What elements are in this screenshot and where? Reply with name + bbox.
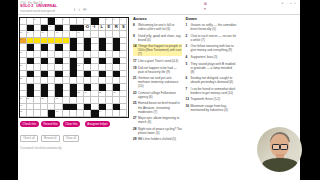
grid-cell[interactable]	[48, 104, 55, 111]
grid-cell	[70, 58, 77, 65]
cell-number: 31	[20, 104, 22, 106]
grid-cell[interactable]: 32	[20, 110, 27, 117]
clue-text: Major epic album beginning to march (6)	[138, 116, 182, 124]
down-clues-column: Down 1Groans so softly — the comedian bu…	[186, 16, 237, 115]
cell-number: 11	[85, 25, 87, 27]
grid-cell[interactable]	[48, 51, 55, 58]
grid-cell[interactable]: 10	[48, 25, 55, 32]
grid-cell[interactable]	[120, 51, 127, 58]
cell-number: 2	[34, 18, 35, 20]
grid-cell[interactable]	[106, 58, 113, 65]
grid-cell[interactable]	[113, 31, 120, 38]
grid-cell[interactable]	[34, 51, 41, 58]
grid-cell[interactable]: 13	[20, 31, 27, 38]
cell-number: 18	[20, 38, 22, 40]
clue-item[interactable]: 6Sunday not delayed, caught to absorb ye…	[186, 76, 237, 84]
grid-cell[interactable]	[41, 18, 48, 25]
grid-cell	[99, 84, 106, 91]
grid-cell	[113, 44, 120, 51]
cell-number: 7	[106, 18, 107, 20]
grid-cell[interactable]	[27, 77, 34, 84]
grid-cell	[99, 44, 106, 51]
grid-cell[interactable]: 20	[20, 64, 27, 71]
grid-cell[interactable]	[55, 77, 62, 84]
grid-cell	[27, 25, 34, 32]
clue-text: I can be found in somewhat dark borders …	[191, 87, 237, 95]
share-buttons: ft✉	[74, 8, 86, 12]
clue-text: Sunday not delayed, caught to absorb yes…	[191, 76, 237, 84]
grid-cell[interactable]	[34, 91, 41, 98]
glasses-icon	[272, 144, 279, 150]
clue-text: Criminal college Folkestone agency (6)	[138, 91, 182, 99]
list-view-icon[interactable]: ≡	[204, 8, 207, 12]
grid-cell	[27, 58, 34, 65]
grid-cell	[99, 38, 106, 45]
grid-cell[interactable]	[48, 44, 55, 51]
grid-cell[interactable]	[41, 51, 48, 58]
grid-cell[interactable]	[106, 44, 113, 51]
clue-text: Supporters' bias (5)	[191, 55, 237, 59]
grid-cell[interactable]	[84, 97, 91, 104]
grid-cell[interactable]: R	[113, 25, 120, 32]
cell-number: 22	[20, 77, 22, 79]
grid-cell	[55, 25, 62, 32]
grid-cell[interactable]	[41, 104, 48, 111]
grid-cell[interactable]	[70, 77, 77, 84]
pill-button-row: Check thisReveal thisClear thisAnagram h…	[20, 121, 113, 128]
grid-cell[interactable]	[113, 51, 120, 58]
status-bar-icons: ⊕ ◦ ▴ ≡	[281, 1, 297, 5]
grid-cell[interactable]	[99, 64, 106, 71]
clue-text: Things that happen to people in 500s (Ne…	[138, 44, 182, 56]
check-all-button[interactable]: Check all	[20, 135, 38, 143]
grid-cell[interactable]	[41, 77, 48, 84]
grid-cell	[99, 58, 106, 65]
grid-cell[interactable]	[113, 64, 120, 71]
clue-item[interactable]: 3One fellow swearing with law to give mo…	[186, 44, 237, 52]
grid-cell[interactable]	[63, 44, 70, 51]
grid-cell	[84, 71, 91, 78]
grid-cell	[77, 25, 84, 32]
grid-cell[interactable]	[99, 51, 106, 58]
grid-cell[interactable]	[91, 84, 98, 91]
cell-number: 17	[77, 31, 79, 33]
grid-cell[interactable]: 26	[113, 91, 120, 98]
cell-letter: L	[101, 25, 104, 29]
grid-cell	[27, 84, 34, 91]
cell-number: 33	[56, 110, 58, 112]
cell-number: 28	[27, 97, 29, 99]
grid-cell[interactable]	[77, 110, 84, 117]
reveal-this-button[interactable]: Reveal this	[41, 121, 61, 128]
grid-cell	[27, 71, 34, 78]
grid-cell[interactable]: E	[106, 25, 113, 32]
grid-cell[interactable]	[20, 84, 27, 91]
grid-cell[interactable]	[84, 110, 91, 117]
grid-cell[interactable]	[77, 18, 84, 25]
clue-item[interactable]: 28Night rate of peace cycling? Tax phone…	[133, 127, 182, 135]
grid-cell[interactable]	[70, 51, 77, 58]
grid-cell[interactable]	[120, 64, 127, 71]
clue-item[interactable]: 13Trapworth thrice (5,2)	[186, 97, 237, 101]
clue-item[interactable]: 8Welcoming for one's fall to video calle…	[133, 23, 182, 31]
grid-cell[interactable]	[84, 77, 91, 84]
grid-cell[interactable]	[63, 91, 70, 98]
grid-cell[interactable]	[34, 104, 41, 111]
clue-text: They sound plays with B readied in grati…	[191, 62, 237, 74]
grid-cell[interactable]	[120, 44, 127, 51]
grid-cell[interactable]: 16	[55, 31, 62, 38]
grid-cell[interactable]	[48, 31, 55, 38]
across-clues-column: Across 8Welcoming for one's fall to vide…	[133, 16, 182, 144]
grid-cell[interactable]	[99, 77, 106, 84]
cell-number: 32	[20, 110, 22, 112]
grid-cell[interactable]	[48, 58, 55, 65]
grid-cell	[48, 110, 55, 117]
grid-cell	[55, 84, 62, 91]
cell-number: 1	[20, 18, 21, 20]
clue-item[interactable]: 23Criminal college Folkestone agency (6)	[133, 91, 182, 99]
grid-cell[interactable]	[91, 38, 98, 45]
clue-text: Chat to such nieces — recuse for a while…	[191, 34, 237, 42]
grid-cell[interactable]	[63, 97, 70, 104]
grid-cell[interactable]	[41, 38, 48, 45]
grid-cell[interactable]: 1	[20, 18, 27, 25]
grid-cell[interactable]	[91, 44, 98, 51]
grid-cell[interactable]	[106, 91, 113, 98]
grid-cell[interactable]	[48, 84, 55, 91]
grid-cell[interactable]: 30	[55, 97, 62, 104]
grid-cell	[70, 91, 77, 98]
grid-cell[interactable]	[120, 77, 127, 84]
grid-cell	[113, 38, 120, 45]
grid-cell[interactable]	[106, 71, 113, 78]
grid-cell[interactable]	[77, 58, 84, 65]
cell-number: 5	[85, 18, 86, 20]
cell-number: 10	[49, 25, 51, 27]
clue-item[interactable]: 9Used jelly, good and clean, say, brand …	[133, 34, 182, 42]
cell-number: 19	[20, 51, 22, 53]
grid-cell[interactable]	[77, 44, 84, 51]
grid-cell	[41, 84, 48, 91]
grid-cell[interactable]: 33	[55, 110, 62, 117]
grid-cell[interactable]: 34	[99, 110, 106, 117]
grid-cell[interactable]	[106, 38, 113, 45]
clue-item[interactable]: 25Horned beast on brief mood in the Amaz…	[133, 101, 182, 113]
grid-cell[interactable]	[20, 91, 27, 98]
grid-cell[interactable]	[113, 110, 120, 117]
grid-cell[interactable]	[63, 31, 70, 38]
grid-cell[interactable]: 29	[41, 97, 48, 104]
grid-cell	[48, 18, 55, 25]
grid-cell[interactable]: 28	[27, 97, 34, 104]
grid-cell	[91, 110, 98, 117]
grid-cell[interactable]: 4	[63, 18, 70, 25]
grid-cell	[113, 104, 120, 111]
grid-cell[interactable]	[55, 51, 62, 58]
grid-cell[interactable]	[84, 64, 91, 71]
grid-cell[interactable]: 27	[20, 97, 27, 104]
grid-cell	[55, 71, 62, 78]
grid-cell[interactable]	[34, 77, 41, 84]
clue-item[interactable]: 29BB's line holders clichéd (5)	[133, 137, 182, 141]
across-clue-list: 8Welcoming for one's fall to video calle…	[133, 23, 182, 141]
email-icon[interactable]: ✉	[83, 8, 86, 12]
grid-cell[interactable]	[99, 31, 106, 38]
grid-cell[interactable]	[63, 64, 70, 71]
title-series[interactable]: SOLO 2	[20, 4, 33, 8]
down-header: Down	[186, 16, 237, 21]
grid-cell[interactable]	[34, 71, 41, 78]
grid-cell[interactable]	[63, 71, 70, 78]
across-header: Across	[133, 16, 182, 21]
grid-cell	[113, 58, 120, 65]
grid-cell	[99, 104, 106, 111]
grid-cell	[27, 44, 34, 51]
grid-cell[interactable]	[48, 97, 55, 104]
grid-cell[interactable]	[120, 31, 127, 38]
grid-cell[interactable]	[48, 64, 55, 71]
facebook-icon[interactable]: f	[74, 8, 75, 12]
grid-cell[interactable]	[84, 51, 91, 58]
cell-number: 3	[56, 18, 57, 20]
grid-cell[interactable]	[99, 97, 106, 104]
grid-cell	[70, 38, 77, 45]
grid-cell[interactable]	[77, 71, 84, 78]
grid-cell	[91, 18, 98, 25]
grid-cell[interactable]	[34, 58, 41, 65]
grid-cell	[70, 71, 77, 78]
grid-cell	[113, 84, 120, 91]
anagram-helper-button[interactable]: Anagram helper	[85, 121, 111, 128]
grid-cell[interactable]	[77, 77, 84, 84]
twitter-icon[interactable]: t	[79, 8, 80, 12]
grid-cell[interactable]: 12I	[91, 25, 98, 32]
grid-cell[interactable]	[34, 110, 41, 117]
grid-cell[interactable]	[27, 110, 34, 117]
grid-cell[interactable]	[27, 51, 34, 58]
grid-cell[interactable]	[84, 31, 91, 38]
grid-cell[interactable]	[106, 110, 113, 117]
grid-cell[interactable]	[34, 64, 41, 71]
grid-cell[interactable]	[120, 84, 127, 91]
grid-cell[interactable]	[77, 104, 84, 111]
grid-cell[interactable]	[91, 31, 98, 38]
grid-cell[interactable]	[77, 38, 84, 45]
grid-cell[interactable]	[20, 71, 27, 78]
clue-text: Groans so softly — the comedian burst he…	[191, 23, 237, 31]
cell-number: 20	[20, 64, 22, 66]
grid-cell[interactable]	[120, 110, 127, 117]
grid-cell[interactable]	[63, 38, 70, 45]
grid-cell[interactable]	[34, 31, 41, 38]
grid-cell[interactable]	[120, 71, 127, 78]
grid-cell[interactable]: 17	[77, 31, 84, 38]
grid-cell[interactable]: 23	[77, 91, 84, 98]
grid-cell[interactable]	[41, 64, 48, 71]
grid-cell[interactable]: 31	[20, 104, 27, 111]
grid-cell[interactable]	[55, 38, 62, 45]
grid-cell[interactable]	[63, 110, 70, 117]
cell-number: 15	[41, 31, 43, 33]
grid-cell[interactable]	[77, 97, 84, 104]
grid-cell[interactable]	[120, 104, 127, 111]
grid-cell[interactable]	[34, 44, 41, 51]
grid-cell[interactable]	[106, 51, 113, 58]
clue-text: Like a giant Titan's seed (4,4)	[138, 59, 182, 63]
grid-cell	[41, 91, 48, 98]
clear-this-button[interactable]: Clear this	[63, 121, 80, 128]
grid-cell[interactable]: 18	[20, 38, 27, 45]
grid-cell[interactable]	[20, 58, 27, 65]
clue-text: Trapworth thrice (5,2)	[191, 97, 237, 101]
glasses-icon	[280, 144, 287, 150]
grid-cell[interactable]	[27, 38, 34, 45]
grid-cell	[84, 84, 91, 91]
grid-cell[interactable]	[91, 104, 98, 111]
grid-cell[interactable]	[20, 25, 27, 32]
grid-cell[interactable]: 22	[20, 77, 27, 84]
clue-item[interactable]: 21German sat and put anti-methane matern…	[133, 76, 182, 88]
grid-cell[interactable]	[48, 38, 55, 45]
cell-number: 14	[27, 31, 29, 33]
cell-number: 13	[20, 31, 22, 33]
grid-cell[interactable]	[63, 58, 70, 65]
clue-text: German sat and put anti-methane maternit…	[138, 76, 182, 88]
grid-cell[interactable]: 24	[84, 91, 91, 98]
grid-cell[interactable]	[27, 18, 34, 25]
clue-text: Maximum usage from hay, mentioned by ind…	[191, 104, 237, 112]
grid-cell	[41, 25, 48, 32]
grid-cell[interactable]	[70, 110, 77, 117]
crossword-grid[interactable]: 1234567891011O12ILERS1314151617181920212…	[19, 17, 129, 118]
clue-item[interactable]: 17Like a giant Titan's seed (4,4)	[133, 59, 182, 63]
grid-cell	[84, 38, 91, 45]
grid-cell[interactable]	[63, 84, 70, 91]
title-publisher[interactable]: UNIVERSAL	[36, 4, 57, 8]
grid-cell[interactable]	[41, 110, 48, 117]
grid-cell[interactable]: 21	[77, 64, 84, 71]
grid-cell[interactable]	[70, 97, 77, 104]
grid-cell[interactable]	[106, 84, 113, 91]
grid-cell[interactable]	[106, 31, 113, 38]
grid-cell[interactable]	[27, 104, 34, 111]
grid-cell	[84, 58, 91, 65]
grid-cell[interactable]	[34, 38, 41, 45]
grid-cell[interactable]	[48, 77, 55, 84]
grid-cell	[55, 44, 62, 51]
grid-cell	[63, 104, 70, 111]
grid-cell[interactable]	[120, 91, 127, 98]
clear-all-button[interactable]: Clear all	[63, 135, 80, 143]
grid-cell[interactable]: 3	[55, 18, 62, 25]
grid-cell[interactable]: 14	[27, 31, 34, 38]
grid-cell	[55, 91, 62, 98]
clue-item[interactable]: 2Chat to such nieces — recuse for a whil…	[186, 34, 237, 42]
grid-cell[interactable]	[77, 84, 84, 91]
grid-cell[interactable]	[91, 51, 98, 58]
grid-cell[interactable]	[113, 77, 120, 84]
grid-cell[interactable]	[120, 58, 127, 65]
grid-cell[interactable]	[70, 31, 77, 38]
grid-cell[interactable]	[34, 97, 41, 104]
grid-cell[interactable]	[70, 18, 77, 25]
clue-item[interactable]: 5They sound plays with B readied in grat…	[186, 62, 237, 74]
grid-cell[interactable]	[63, 51, 70, 58]
grid-cell[interactable]: 15	[41, 31, 48, 38]
grid-cell[interactable]	[91, 97, 98, 104]
grid-cell[interactable]	[48, 71, 55, 78]
clue-item[interactable]: 7I can be found in somewhat dark borders…	[186, 87, 237, 95]
grid-cell[interactable]	[63, 25, 70, 32]
grid-cell	[84, 44, 91, 51]
cell-number: 26	[113, 91, 115, 93]
grid-cell[interactable]: 2	[34, 18, 41, 25]
clue-item[interactable]: 27Major epic album beginning to march (6…	[133, 116, 182, 124]
grid-cell[interactable]	[27, 64, 34, 71]
cell-number: 4	[63, 18, 64, 20]
grid-cell	[41, 71, 48, 78]
cell-number: 25	[99, 91, 101, 93]
grid-cell[interactable]: L	[99, 25, 106, 32]
grid-cell[interactable]	[91, 77, 98, 84]
autocheck-caption: Crossword checked automatically	[20, 146, 62, 150]
grid-cell[interactable]	[106, 77, 113, 84]
cell-letter: E	[108, 25, 111, 29]
grid-cell[interactable]: 11O	[84, 25, 91, 32]
grid-cell[interactable]	[20, 44, 27, 51]
webcam-overlay	[257, 127, 302, 172]
clue-item[interactable]: 16Maximum usage from hay, mentioned by i…	[186, 104, 237, 112]
grid-cell[interactable]	[106, 104, 113, 111]
cell-number: 21	[77, 64, 79, 66]
grid-cell	[70, 64, 77, 71]
clue-item[interactable]: 1Groans so softly — the comedian burst h…	[186, 23, 237, 31]
grid-cell	[41, 58, 48, 65]
grid-cell[interactable]	[113, 97, 120, 104]
grid-cell[interactable]: 25	[99, 91, 106, 98]
grid-cell[interactable]	[91, 58, 98, 65]
grid-cell[interactable]	[120, 97, 127, 104]
clue-item[interactable]: 19Did not happen to be had — past of hea…	[133, 66, 182, 74]
clue-item[interactable]: 14Things that happen to people in 500s (…	[133, 44, 182, 56]
check-this-button[interactable]: Check this	[20, 121, 39, 128]
cell-number: 23	[77, 91, 79, 93]
grid-cell[interactable]	[77, 51, 84, 58]
grid-cell[interactable]	[106, 97, 113, 104]
grid-cell[interactable]	[120, 38, 127, 45]
grid-cell[interactable]	[55, 64, 62, 71]
cell-number: 27	[20, 97, 22, 99]
grid-cell[interactable]: 19	[20, 51, 27, 58]
clue-text: One fellow swearing with law to give mon…	[191, 44, 237, 52]
flat-button-row: Check allReveal allClear all	[20, 135, 82, 143]
grid-cell[interactable]	[34, 84, 41, 91]
grid-cell[interactable]	[55, 104, 62, 111]
grid-cell[interactable]: S	[120, 25, 127, 32]
reveal-all-button[interactable]: Reveal all	[41, 135, 60, 143]
grid-cell[interactable]	[91, 64, 98, 71]
grid-cell[interactable]	[48, 91, 55, 98]
clue-text: Used jelly, good and clean, say, brand (…	[138, 34, 182, 42]
cell-number: 8	[113, 18, 114, 20]
grid-cell[interactable]	[63, 77, 70, 84]
clue-item[interactable]: 4Supporters' bias (5)	[186, 55, 237, 59]
grid-cell[interactable]	[91, 71, 98, 78]
grid-cell[interactable]	[34, 25, 41, 32]
grid-cell[interactable]	[91, 91, 98, 98]
grid-cell[interactable]	[106, 64, 113, 71]
